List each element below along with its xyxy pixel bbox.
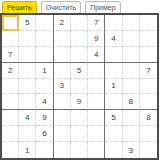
sudoku-cell[interactable]: 5 — [105, 110, 122, 126]
sudoku-cell[interactable]: 8 — [123, 94, 140, 110]
sudoku-cell[interactable] — [140, 79, 157, 95]
sudoku-cell[interactable] — [140, 47, 157, 63]
sudoku-cell[interactable]: 9 — [36, 110, 53, 126]
sudoku-cell[interactable]: 2 — [2, 63, 19, 79]
sudoku-cell[interactable]: 5 — [71, 63, 88, 79]
sudoku-cell[interactable] — [71, 79, 88, 95]
sudoku-cell[interactable] — [88, 142, 105, 158]
sudoku-cell[interactable] — [54, 47, 71, 63]
sudoku-cell[interactable]: 9 — [71, 94, 88, 110]
sudoku-cell[interactable] — [140, 142, 157, 158]
sudoku-cell[interactable] — [123, 47, 140, 63]
sudoku-cell[interactable] — [88, 110, 105, 126]
sudoku-cell[interactable] — [105, 15, 122, 31]
sudoku-cell[interactable] — [123, 126, 140, 142]
sudoku-cell[interactable]: 1 — [36, 63, 53, 79]
sudoku-cell[interactable] — [71, 15, 88, 31]
sudoku-cell[interactable] — [123, 31, 140, 47]
sudoku-cell[interactable]: 7 — [2, 47, 19, 63]
sudoku-cell[interactable] — [71, 31, 88, 47]
sudoku-cell[interactable] — [19, 126, 36, 142]
sudoku-cell[interactable] — [2, 94, 19, 110]
sudoku-cell[interactable] — [2, 126, 19, 142]
sudoku-cell[interactable] — [36, 15, 53, 31]
sudoku-cell[interactable]: 6 — [36, 126, 53, 142]
sudoku-cell[interactable] — [105, 47, 122, 63]
sudoku-cell[interactable] — [54, 31, 71, 47]
sudoku-cell[interactable] — [71, 47, 88, 63]
sudoku-cell[interactable]: 4 — [19, 110, 36, 126]
sudoku-cell[interactable] — [54, 126, 71, 142]
sudoku-cell[interactable] — [19, 47, 36, 63]
sudoku-cell[interactable]: 3 — [54, 79, 71, 95]
sudoku-cell[interactable] — [105, 63, 122, 79]
sudoku-cell[interactable] — [140, 31, 157, 47]
sudoku-cell[interactable] — [105, 94, 122, 110]
sudoku-cell[interactable]: 3 — [123, 142, 140, 158]
sudoku-cell[interactable]: 7 — [140, 63, 157, 79]
sudoku-cell[interactable] — [36, 79, 53, 95]
sudoku-cell[interactable]: 4 — [105, 31, 122, 47]
sudoku-cell[interactable] — [36, 31, 53, 47]
sudoku-cell[interactable] — [123, 110, 140, 126]
sudoku-cell[interactable] — [54, 94, 71, 110]
sudoku-cell[interactable] — [123, 63, 140, 79]
sudoku-cell[interactable] — [2, 142, 19, 158]
sudoku-cell[interactable]: 9 — [88, 31, 105, 47]
sudoku-cell[interactable] — [54, 63, 71, 79]
sudoku-cell[interactable] — [71, 142, 88, 158]
sudoku-cell[interactable] — [123, 15, 140, 31]
sudoku-cell[interactable] — [71, 126, 88, 142]
sudoku-cell[interactable] — [140, 126, 157, 142]
sudoku-grid: 52794742157314984958613 — [0, 13, 159, 160]
sudoku-cell[interactable] — [88, 126, 105, 142]
sudoku-cell[interactable]: 2 — [54, 15, 71, 31]
sudoku-cell[interactable]: 7 — [88, 15, 105, 31]
sudoku-cell[interactable] — [71, 110, 88, 126]
sudoku-cell[interactable] — [140, 94, 157, 110]
sudoku-cell[interactable] — [54, 142, 71, 158]
sudoku-cell[interactable] — [105, 126, 122, 142]
sudoku-cell[interactable]: 5 — [19, 15, 36, 31]
sudoku-cell[interactable] — [19, 79, 36, 95]
sudoku-cell[interactable]: 8 — [140, 110, 157, 126]
sudoku-cell[interactable] — [2, 110, 19, 126]
sudoku-cell[interactable] — [88, 79, 105, 95]
sudoku-cell[interactable] — [88, 94, 105, 110]
sudoku-cell[interactable] — [36, 142, 53, 158]
sudoku-cell[interactable] — [36, 47, 53, 63]
sudoku-cell[interactable]: 4 — [88, 47, 105, 63]
sudoku-cell[interactable] — [19, 63, 36, 79]
sudoku-cell[interactable]: 4 — [36, 94, 53, 110]
sudoku-cell[interactable] — [19, 94, 36, 110]
sudoku-cell[interactable] — [123, 79, 140, 95]
sudoku-cell[interactable] — [105, 142, 122, 158]
sudoku-cell[interactable] — [2, 15, 19, 31]
sudoku-cell[interactable] — [19, 31, 36, 47]
sudoku-cell[interactable] — [2, 31, 19, 47]
sudoku-cell[interactable]: 1 — [19, 142, 36, 158]
sudoku-cell[interactable]: 1 — [105, 79, 122, 95]
sudoku-cell[interactable] — [2, 79, 19, 95]
sudoku-cell[interactable] — [140, 15, 157, 31]
sudoku-cell[interactable] — [88, 63, 105, 79]
sudoku-cell[interactable] — [54, 110, 71, 126]
